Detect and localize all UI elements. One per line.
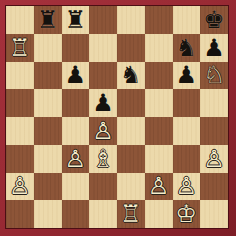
square-b6[interactable]: [34, 62, 62, 90]
piece-black-rook[interactable]: ♜: [65, 6, 87, 34]
square-c5[interactable]: [62, 89, 90, 117]
square-c1[interactable]: [62, 200, 90, 228]
square-a7[interactable]: ♖: [6, 34, 34, 62]
square-a5[interactable]: [6, 89, 34, 117]
square-a2[interactable]: ♙: [6, 173, 34, 201]
square-e3[interactable]: [117, 145, 145, 173]
square-e7[interactable]: [117, 34, 145, 62]
square-h6[interactable]: ♘: [200, 62, 228, 90]
piece-white-rook[interactable]: ♖: [120, 200, 142, 228]
square-c2[interactable]: [62, 173, 90, 201]
square-e5[interactable]: [117, 89, 145, 117]
square-g4[interactable]: [173, 117, 201, 145]
square-h2[interactable]: [200, 173, 228, 201]
square-b7[interactable]: [34, 34, 62, 62]
piece-black-king[interactable]: ♚: [203, 6, 225, 34]
piece-white-pawn[interactable]: ♙: [9, 173, 31, 201]
piece-black-knight[interactable]: ♞: [176, 34, 198, 62]
square-f7[interactable]: [145, 34, 173, 62]
square-c8[interactable]: ♜: [62, 6, 90, 34]
square-h5[interactable]: [200, 89, 228, 117]
piece-black-pawn[interactable]: ♟: [65, 62, 87, 90]
square-b8[interactable]: ♜: [34, 6, 62, 34]
square-f2[interactable]: ♙: [145, 173, 173, 201]
square-g1[interactable]: ♔: [173, 200, 201, 228]
square-a8[interactable]: [6, 6, 34, 34]
square-f6[interactable]: [145, 62, 173, 90]
piece-white-pawn[interactable]: ♙: [176, 173, 198, 201]
piece-white-pawn[interactable]: ♙: [92, 117, 114, 145]
square-b3[interactable]: [34, 145, 62, 173]
square-h1[interactable]: [200, 200, 228, 228]
piece-white-knight[interactable]: ♘: [203, 62, 225, 90]
square-h3[interactable]: ♙: [200, 145, 228, 173]
square-c4[interactable]: [62, 117, 90, 145]
square-d1[interactable]: [89, 200, 117, 228]
square-e4[interactable]: [117, 117, 145, 145]
square-f1[interactable]: [145, 200, 173, 228]
square-e6[interactable]: ♞: [117, 62, 145, 90]
square-d2[interactable]: [89, 173, 117, 201]
piece-black-pawn[interactable]: ♟: [203, 34, 225, 62]
square-e2[interactable]: [117, 173, 145, 201]
square-b5[interactable]: [34, 89, 62, 117]
square-h4[interactable]: [200, 117, 228, 145]
piece-white-king[interactable]: ♔: [176, 200, 198, 228]
square-g8[interactable]: [173, 6, 201, 34]
piece-white-pawn[interactable]: ♙: [148, 173, 170, 201]
square-c7[interactable]: [62, 34, 90, 62]
piece-white-pawn[interactable]: ♙: [65, 145, 87, 173]
chess-board: ♜♜♚♖♞♟♟♞♟♘♟♙♙♗♙♙♙♙♖♔: [5, 5, 229, 229]
square-b4[interactable]: [34, 117, 62, 145]
square-d3[interactable]: ♗: [89, 145, 117, 173]
piece-white-rook[interactable]: ♖: [9, 34, 31, 62]
square-g6[interactable]: ♟: [173, 62, 201, 90]
square-d6[interactable]: [89, 62, 117, 90]
square-f8[interactable]: [145, 6, 173, 34]
square-f3[interactable]: [145, 145, 173, 173]
square-f4[interactable]: [145, 117, 173, 145]
square-a3[interactable]: [6, 145, 34, 173]
piece-black-pawn[interactable]: ♟: [92, 89, 114, 117]
square-g3[interactable]: [173, 145, 201, 173]
square-a4[interactable]: [6, 117, 34, 145]
square-d7[interactable]: [89, 34, 117, 62]
chess-board-frame: ♜♜♚♖♞♟♟♞♟♘♟♙♙♗♙♙♙♙♖♔: [0, 0, 236, 236]
square-a1[interactable]: [6, 200, 34, 228]
piece-white-bishop[interactable]: ♗: [92, 145, 114, 173]
square-h8[interactable]: ♚: [200, 6, 228, 34]
piece-black-rook[interactable]: ♜: [37, 6, 59, 34]
square-g2[interactable]: ♙: [173, 173, 201, 201]
square-b2[interactable]: [34, 173, 62, 201]
piece-black-knight[interactable]: ♞: [120, 62, 142, 90]
square-a6[interactable]: [6, 62, 34, 90]
square-c3[interactable]: ♙: [62, 145, 90, 173]
square-h7[interactable]: ♟: [200, 34, 228, 62]
square-d4[interactable]: ♙: [89, 117, 117, 145]
square-g5[interactable]: [173, 89, 201, 117]
square-b1[interactable]: [34, 200, 62, 228]
square-d5[interactable]: ♟: [89, 89, 117, 117]
square-c6[interactable]: ♟: [62, 62, 90, 90]
square-g7[interactable]: ♞: [173, 34, 201, 62]
piece-white-pawn[interactable]: ♙: [203, 145, 225, 173]
piece-black-pawn[interactable]: ♟: [176, 62, 198, 90]
square-e1[interactable]: ♖: [117, 200, 145, 228]
square-d8[interactable]: [89, 6, 117, 34]
square-e8[interactable]: [117, 6, 145, 34]
square-f5[interactable]: [145, 89, 173, 117]
